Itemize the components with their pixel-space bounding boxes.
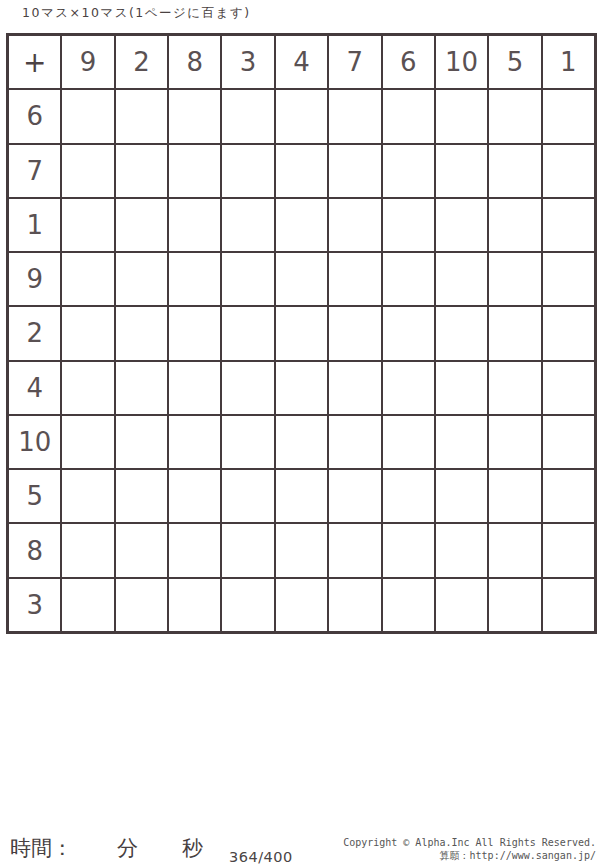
answer-cell[interactable] [383, 145, 434, 197]
answer-cell[interactable] [383, 253, 434, 305]
answer-cell[interactable] [169, 199, 220, 251]
page-counter: 364/400 [229, 849, 293, 865]
answer-cell[interactable] [543, 253, 594, 305]
answer-cell[interactable] [276, 199, 327, 251]
answer-cell[interactable] [169, 90, 220, 142]
col-header-cell: 5 [489, 36, 540, 88]
answer-cell[interactable] [222, 307, 273, 359]
answer-cell[interactable] [116, 470, 167, 522]
worksheet-grid: +9283476105167192410583 [6, 33, 597, 634]
row-header-cell: 1 [9, 199, 60, 251]
answer-cell[interactable] [116, 524, 167, 576]
answer-cell[interactable] [329, 145, 380, 197]
answer-cell[interactable] [329, 416, 380, 468]
answer-cell[interactable] [222, 524, 273, 576]
answer-cell[interactable] [222, 253, 273, 305]
row-header-cell: 9 [9, 253, 60, 305]
answer-cell[interactable] [489, 145, 540, 197]
answer-cell[interactable] [222, 145, 273, 197]
answer-cell[interactable] [222, 416, 273, 468]
answer-cell[interactable] [222, 470, 273, 522]
answer-cell[interactable] [489, 579, 540, 631]
answer-cell[interactable] [169, 145, 220, 197]
col-header-cell: 2 [116, 36, 167, 88]
answer-cell[interactable] [169, 470, 220, 522]
answer-cell[interactable] [276, 524, 327, 576]
row-header-cell: 2 [9, 307, 60, 359]
answer-cell[interactable] [276, 253, 327, 305]
col-header-cell: 1 [543, 36, 594, 88]
col-header-cell: 7 [329, 36, 380, 88]
col-header-cell: 4 [276, 36, 327, 88]
answer-cell[interactable] [489, 362, 540, 414]
answer-cell[interactable] [169, 579, 220, 631]
answer-cell[interactable] [543, 362, 594, 414]
row-header-cell: 5 [9, 470, 60, 522]
seconds-label: 秒 [182, 836, 203, 860]
answer-cell[interactable] [62, 362, 113, 414]
answer-cell[interactable] [329, 470, 380, 522]
row-header-cell: 10 [9, 416, 60, 468]
answer-cell[interactable] [383, 362, 434, 414]
answer-cell[interactable] [116, 90, 167, 142]
answer-cell[interactable] [329, 307, 380, 359]
answer-cell[interactable] [329, 90, 380, 142]
answer-cell[interactable] [62, 470, 113, 522]
answer-cell[interactable] [383, 579, 434, 631]
answer-cell[interactable] [169, 524, 220, 576]
answer-cell[interactable] [489, 199, 540, 251]
answer-cell[interactable] [62, 253, 113, 305]
answer-cell[interactable] [169, 416, 220, 468]
row-header-cell: 7 [9, 145, 60, 197]
answer-cell[interactable] [383, 90, 434, 142]
answer-cell[interactable] [329, 253, 380, 305]
answer-cell[interactable] [222, 362, 273, 414]
answer-cell[interactable] [276, 145, 327, 197]
answer-cell[interactable] [383, 416, 434, 468]
answer-cell[interactable] [116, 416, 167, 468]
answer-cell[interactable] [62, 145, 113, 197]
answer-cell[interactable] [62, 90, 113, 142]
answer-cell[interactable] [276, 307, 327, 359]
copyright-line-2: 算願：http://www.sangan.jp/ [343, 850, 596, 863]
answer-cell[interactable] [489, 253, 540, 305]
answer-cell[interactable] [169, 362, 220, 414]
answer-cell[interactable] [276, 579, 327, 631]
minutes-label: 分 [117, 836, 138, 860]
answer-cell[interactable] [543, 470, 594, 522]
answer-cell[interactable] [329, 199, 380, 251]
answer-cell[interactable] [543, 307, 594, 359]
answer-cell[interactable] [116, 362, 167, 414]
answer-cell[interactable] [62, 199, 113, 251]
operator-cell: + [9, 36, 60, 88]
answer-cell[interactable] [489, 470, 540, 522]
col-header-cell: 6 [383, 36, 434, 88]
answer-cell[interactable] [543, 524, 594, 576]
answer-cell[interactable] [383, 524, 434, 576]
time-label: 時間： [10, 836, 73, 860]
col-header-cell: 9 [62, 36, 113, 88]
answer-cell[interactable] [543, 90, 594, 142]
answer-cell[interactable] [169, 253, 220, 305]
col-header-cell: 10 [436, 36, 487, 88]
answer-cell[interactable] [489, 416, 540, 468]
answer-cell[interactable] [62, 416, 113, 468]
answer-cell[interactable] [329, 579, 380, 631]
answer-cell[interactable] [169, 307, 220, 359]
answer-cell[interactable] [276, 470, 327, 522]
answer-cell[interactable] [276, 362, 327, 414]
page-title: 10マス×10マス(1ページに百ます) [22, 5, 251, 22]
time-entry-line: 時間：分秒 [8, 834, 219, 865]
footer-time-section: 時間：分秒 364/400 [8, 834, 293, 865]
copyright-block: Copyright © Alpha.Inc All Rights Reserve… [343, 837, 596, 862]
answer-cell[interactable] [116, 199, 167, 251]
answer-cell[interactable] [62, 579, 113, 631]
col-header-cell: 8 [169, 36, 220, 88]
answer-cell[interactable] [489, 524, 540, 576]
answer-cell[interactable] [116, 579, 167, 631]
row-header-cell: 8 [9, 524, 60, 576]
answer-cell[interactable] [489, 90, 540, 142]
answer-cell[interactable] [116, 145, 167, 197]
row-header-cell: 6 [9, 90, 60, 142]
answer-cell[interactable] [489, 307, 540, 359]
answer-cell[interactable] [62, 307, 113, 359]
answer-cell[interactable] [116, 307, 167, 359]
answer-cell[interactable] [543, 416, 594, 468]
answer-cell[interactable] [276, 416, 327, 468]
answer-cell[interactable] [436, 253, 487, 305]
answer-cell[interactable] [436, 90, 487, 142]
answer-cell[interactable] [436, 470, 487, 522]
answer-cell[interactable] [276, 90, 327, 142]
answer-cell[interactable] [329, 524, 380, 576]
copyright-line-1: Copyright © Alpha.Inc All Rights Reserve… [343, 837, 596, 850]
answer-cell[interactable] [383, 199, 434, 251]
answer-cell[interactable] [543, 145, 594, 197]
answer-cell[interactable] [436, 579, 487, 631]
row-header-cell: 4 [9, 362, 60, 414]
answer-cell[interactable] [222, 579, 273, 631]
row-header-cell: 3 [9, 579, 60, 631]
answer-cell[interactable] [436, 145, 487, 197]
answer-cell[interactable] [62, 524, 113, 576]
answer-cell[interactable] [436, 199, 487, 251]
answer-cell[interactable] [116, 253, 167, 305]
answer-cell[interactable] [222, 199, 273, 251]
answer-cell[interactable] [383, 307, 434, 359]
answer-cell[interactable] [222, 90, 273, 142]
answer-cell[interactable] [436, 307, 487, 359]
answer-cell[interactable] [383, 470, 434, 522]
answer-cell[interactable] [436, 362, 487, 414]
answer-cell[interactable] [436, 416, 487, 468]
answer-cell[interactable] [329, 362, 380, 414]
answer-cell[interactable] [543, 199, 594, 251]
answer-cell[interactable] [436, 524, 487, 576]
answer-cell[interactable] [543, 579, 594, 631]
col-header-cell: 3 [222, 36, 273, 88]
